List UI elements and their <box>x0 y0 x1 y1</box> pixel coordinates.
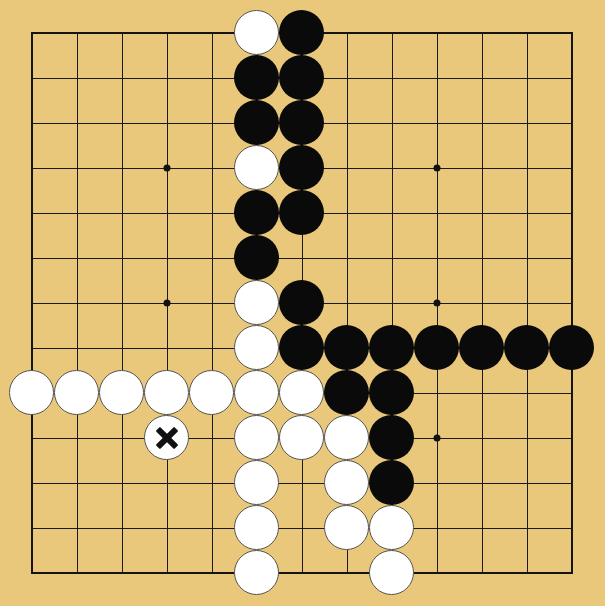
intersection-g11[interactable] <box>279 460 324 505</box>
intersection-i13[interactable] <box>369 550 414 595</box>
intersection-j12[interactable] <box>414 505 459 550</box>
intersection-b2[interactable] <box>54 55 99 100</box>
intersection-h4[interactable] <box>324 145 369 190</box>
black-stone <box>369 325 414 370</box>
intersection-c11[interactable] <box>99 460 144 505</box>
intersection-j5[interactable] <box>414 190 459 235</box>
intersection-m6[interactable] <box>549 235 594 280</box>
black-stone <box>369 370 414 415</box>
intersection-c1[interactable] <box>99 10 144 55</box>
black-stone <box>234 55 279 100</box>
intersection-l3[interactable] <box>504 100 549 145</box>
intersection-j4[interactable] <box>414 145 459 190</box>
intersection-e10[interactable] <box>189 415 234 460</box>
intersection-f11[interactable] <box>234 460 279 505</box>
intersection-b13[interactable] <box>54 550 99 595</box>
intersection-e13[interactable] <box>189 550 234 595</box>
white-stone <box>234 280 279 325</box>
intersection-l11[interactable] <box>504 460 549 505</box>
intersection-g5[interactable] <box>279 190 324 235</box>
intersection-c4[interactable] <box>99 145 144 190</box>
intersection-f13[interactable] <box>234 550 279 595</box>
intersection-d1[interactable] <box>144 10 189 55</box>
intersection-l4[interactable] <box>504 145 549 190</box>
intersection-m9[interactable] <box>549 370 594 415</box>
intersection-e11[interactable] <box>189 460 234 505</box>
intersection-b3[interactable] <box>54 100 99 145</box>
intersection-h9[interactable] <box>324 370 369 415</box>
intersection-l1[interactable] <box>504 10 549 55</box>
intersection-c13[interactable] <box>99 550 144 595</box>
intersection-b4[interactable] <box>54 145 99 190</box>
intersection-i7[interactable] <box>369 280 414 325</box>
black-stone <box>279 55 324 100</box>
intersection-j13[interactable] <box>414 550 459 595</box>
black-stone <box>234 235 279 280</box>
intersection-f8[interactable] <box>234 325 279 370</box>
intersection-l12[interactable] <box>504 505 549 550</box>
intersection-k1[interactable] <box>459 10 504 55</box>
intersection-b7[interactable] <box>54 280 99 325</box>
intersection-k8[interactable] <box>459 325 504 370</box>
intersection-e8[interactable] <box>189 325 234 370</box>
intersection-a12[interactable] <box>9 505 54 550</box>
intersection-d2[interactable] <box>144 55 189 100</box>
black-stone <box>369 415 414 460</box>
white-stone <box>144 370 189 415</box>
intersection-i12[interactable] <box>369 505 414 550</box>
intersection-l5[interactable] <box>504 190 549 235</box>
intersection-d11[interactable] <box>144 460 189 505</box>
intersection-i5[interactable] <box>369 190 414 235</box>
intersection-i11[interactable] <box>369 460 414 505</box>
black-stone <box>279 190 324 235</box>
intersection-i1[interactable] <box>369 10 414 55</box>
intersection-b9[interactable] <box>54 370 99 415</box>
intersection-f10[interactable] <box>234 415 279 460</box>
white-stone <box>189 370 234 415</box>
intersection-h13[interactable] <box>324 550 369 595</box>
intersection-j1[interactable] <box>414 10 459 55</box>
intersection-g4[interactable] <box>279 145 324 190</box>
intersection-j7[interactable] <box>414 280 459 325</box>
intersection-d9[interactable] <box>144 370 189 415</box>
black-stone <box>369 460 414 505</box>
intersection-a13[interactable] <box>9 550 54 595</box>
intersection-c6[interactable] <box>99 235 144 280</box>
white-stone <box>99 370 144 415</box>
intersection-a5[interactable] <box>9 190 54 235</box>
intersection-f9[interactable] <box>234 370 279 415</box>
intersection-f5[interactable] <box>234 190 279 235</box>
intersection-j9[interactable] <box>414 370 459 415</box>
intersection-a1[interactable] <box>9 10 54 55</box>
intersection-d12[interactable] <box>144 505 189 550</box>
intersection-e4[interactable] <box>189 145 234 190</box>
intersection-l6[interactable] <box>504 235 549 280</box>
intersection-j10[interactable] <box>414 415 459 460</box>
intersection-b10[interactable] <box>54 415 99 460</box>
white-stone <box>234 325 279 370</box>
intersection-b5[interactable] <box>54 190 99 235</box>
white-stone <box>279 370 324 415</box>
intersection-a9[interactable] <box>9 370 54 415</box>
intersection-k3[interactable] <box>459 100 504 145</box>
intersection-c12[interactable] <box>99 505 144 550</box>
intersection-e2[interactable] <box>189 55 234 100</box>
black-stone <box>549 325 594 370</box>
intersection-d8[interactable] <box>144 325 189 370</box>
intersection-k9[interactable] <box>459 370 504 415</box>
intersection-d10[interactable] <box>144 415 189 460</box>
intersection-c7[interactable] <box>99 280 144 325</box>
intersection-e7[interactable] <box>189 280 234 325</box>
intersection-d7[interactable] <box>144 280 189 325</box>
intersection-e9[interactable] <box>189 370 234 415</box>
intersection-g3[interactable] <box>279 100 324 145</box>
white-stone <box>234 370 279 415</box>
intersection-m5[interactable] <box>549 190 594 235</box>
black-stone <box>234 100 279 145</box>
intersection-f4[interactable] <box>234 145 279 190</box>
intersection-l9[interactable] <box>504 370 549 415</box>
black-stone <box>324 325 369 370</box>
intersection-i6[interactable] <box>369 235 414 280</box>
intersection-k10[interactable] <box>459 415 504 460</box>
intersection-f2[interactable] <box>234 55 279 100</box>
intersection-g8[interactable] <box>279 325 324 370</box>
white-stone <box>234 505 279 550</box>
intersection-e12[interactable] <box>189 505 234 550</box>
black-stone <box>324 370 369 415</box>
intersection-k13[interactable] <box>459 550 504 595</box>
intersection-d5[interactable] <box>144 190 189 235</box>
black-stone <box>279 325 324 370</box>
intersection-g13[interactable] <box>279 550 324 595</box>
black-stone <box>414 325 459 370</box>
intersection-j2[interactable] <box>414 55 459 100</box>
intersection-a4[interactable] <box>9 145 54 190</box>
intersection-a6[interactable] <box>9 235 54 280</box>
intersection-e5[interactable] <box>189 190 234 235</box>
white-stone <box>234 415 279 460</box>
intersection-e1[interactable] <box>189 10 234 55</box>
intersection-m4[interactable] <box>549 145 594 190</box>
intersection-f3[interactable] <box>234 100 279 145</box>
intersection-m7[interactable] <box>549 280 594 325</box>
intersection-h1[interactable] <box>324 10 369 55</box>
intersection-h8[interactable] <box>324 325 369 370</box>
intersection-f12[interactable] <box>234 505 279 550</box>
intersection-e3[interactable] <box>189 100 234 145</box>
intersection-h12[interactable] <box>324 505 369 550</box>
intersection-c9[interactable] <box>99 370 144 415</box>
intersection-c2[interactable] <box>99 55 144 100</box>
intersection-h5[interactable] <box>324 190 369 235</box>
white-stone <box>369 550 414 595</box>
intersection-m1[interactable] <box>549 10 594 55</box>
intersection-f6[interactable] <box>234 235 279 280</box>
intersection-j8[interactable] <box>414 325 459 370</box>
white-stone <box>9 370 54 415</box>
intersection-a10[interactable] <box>9 415 54 460</box>
intersection-a8[interactable] <box>9 325 54 370</box>
intersection-m2[interactable] <box>549 55 594 100</box>
intersection-c10[interactable] <box>99 415 144 460</box>
intersection-d4[interactable] <box>144 145 189 190</box>
go-board <box>9 10 594 595</box>
intersection-e6[interactable] <box>189 235 234 280</box>
intersection-g2[interactable] <box>279 55 324 100</box>
intersection-g1[interactable] <box>279 10 324 55</box>
intersection-a3[interactable] <box>9 100 54 145</box>
intersection-b11[interactable] <box>54 460 99 505</box>
white-stone <box>234 460 279 505</box>
intersection-c8[interactable] <box>99 325 144 370</box>
intersection-j6[interactable] <box>414 235 459 280</box>
intersection-k11[interactable] <box>459 460 504 505</box>
intersection-k7[interactable] <box>459 280 504 325</box>
intersection-m8[interactable] <box>549 325 594 370</box>
intersection-i8[interactable] <box>369 325 414 370</box>
intersection-g6[interactable] <box>279 235 324 280</box>
intersection-i3[interactable] <box>369 100 414 145</box>
intersection-a11[interactable] <box>9 460 54 505</box>
black-stone <box>279 10 324 55</box>
black-stone <box>279 145 324 190</box>
intersection-i2[interactable] <box>369 55 414 100</box>
white-stone <box>279 415 324 460</box>
black-stone <box>279 280 324 325</box>
black-stone <box>504 325 549 370</box>
intersection-i4[interactable] <box>369 145 414 190</box>
intersection-l13[interactable] <box>504 550 549 595</box>
intersection-b12[interactable] <box>54 505 99 550</box>
intersection-m11[interactable] <box>549 460 594 505</box>
white-stone <box>234 550 279 595</box>
intersection-c3[interactable] <box>99 100 144 145</box>
intersection-l10[interactable] <box>504 415 549 460</box>
intersection-b8[interactable] <box>54 325 99 370</box>
intersection-l7[interactable] <box>504 280 549 325</box>
intersection-l8[interactable] <box>504 325 549 370</box>
intersection-d13[interactable] <box>144 550 189 595</box>
intersection-m13[interactable] <box>549 550 594 595</box>
intersection-g7[interactable] <box>279 280 324 325</box>
intersection-m12[interactable] <box>549 505 594 550</box>
intersection-a2[interactable] <box>9 55 54 100</box>
intersection-k6[interactable] <box>459 235 504 280</box>
white-stone <box>324 460 369 505</box>
intersection-g10[interactable] <box>279 415 324 460</box>
white-stone <box>324 505 369 550</box>
intersection-i10[interactable] <box>369 415 414 460</box>
intersection-j11[interactable] <box>414 460 459 505</box>
white-stone <box>234 10 279 55</box>
intersection-l2[interactable] <box>504 55 549 100</box>
intersection-d3[interactable] <box>144 100 189 145</box>
intersection-h10[interactable] <box>324 415 369 460</box>
white-stone <box>369 505 414 550</box>
black-stone <box>279 100 324 145</box>
intersection-h6[interactable] <box>324 235 369 280</box>
white-stone <box>324 415 369 460</box>
black-stone <box>234 190 279 235</box>
intersection-h2[interactable] <box>324 55 369 100</box>
intersection-h7[interactable] <box>324 280 369 325</box>
intersection-h11[interactable] <box>324 460 369 505</box>
intersection-a7[interactable] <box>9 280 54 325</box>
intersection-m10[interactable] <box>549 415 594 460</box>
intersection-j3[interactable] <box>414 100 459 145</box>
intersection-d6[interactable] <box>144 235 189 280</box>
intersection-h3[interactable] <box>324 100 369 145</box>
intersection-k4[interactable] <box>459 145 504 190</box>
white-stone <box>234 145 279 190</box>
intersection-b6[interactable] <box>54 235 99 280</box>
intersection-g9[interactable] <box>279 370 324 415</box>
black-stone <box>459 325 504 370</box>
intersection-c5[interactable] <box>99 190 144 235</box>
intersection-i9[interactable] <box>369 370 414 415</box>
intersection-k5[interactable] <box>459 190 504 235</box>
intersection-k12[interactable] <box>459 505 504 550</box>
intersection-g12[interactable] <box>279 505 324 550</box>
intersection-b1[interactable] <box>54 10 99 55</box>
white-stone <box>54 370 99 415</box>
intersection-k2[interactable] <box>459 55 504 100</box>
white-stone <box>144 415 189 460</box>
intersection-m3[interactable] <box>549 100 594 145</box>
go-diagram <box>0 0 605 606</box>
intersection-f7[interactable] <box>234 280 279 325</box>
intersection-f1[interactable] <box>234 10 279 55</box>
